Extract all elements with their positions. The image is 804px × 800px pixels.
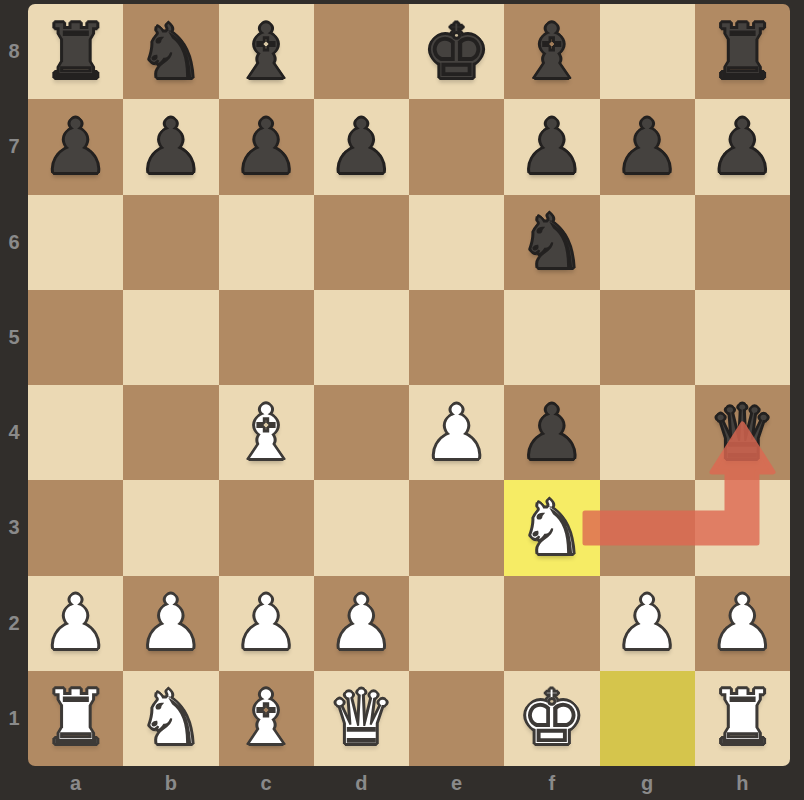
square-c5[interactable] bbox=[219, 290, 314, 385]
file-label-h: h bbox=[695, 766, 790, 800]
square-f5[interactable] bbox=[504, 290, 599, 385]
square-h7[interactable]: ♟ bbox=[695, 99, 790, 194]
piece-white-pawn-b2[interactable]: ♟ bbox=[137, 585, 205, 661]
square-g6[interactable] bbox=[600, 195, 695, 290]
square-c7[interactable]: ♟ bbox=[219, 99, 314, 194]
piece-black-pawn-g7[interactable]: ♟ bbox=[613, 109, 681, 185]
square-c6[interactable] bbox=[219, 195, 314, 290]
file-label-g: g bbox=[600, 766, 695, 800]
piece-black-bishop-f8[interactable]: ♝ bbox=[518, 14, 586, 90]
file-label-b: b bbox=[123, 766, 218, 800]
square-g3[interactable] bbox=[600, 480, 695, 575]
rank-labels: 87654321 bbox=[0, 4, 28, 766]
file-label-e: e bbox=[409, 766, 504, 800]
chess-app: 87654321 ♜♞♝♚♝♜♟♟♟♟♟♟♟♞♝♟♟♛♞♟♟♟♟♟♟♜♞♝♛♚♜… bbox=[0, 0, 804, 800]
square-d5[interactable] bbox=[314, 290, 409, 385]
piece-white-pawn-d2[interactable]: ♟ bbox=[327, 585, 395, 661]
square-b4[interactable] bbox=[123, 385, 218, 480]
square-a1[interactable]: ♜ bbox=[28, 671, 123, 766]
square-c4[interactable]: ♝ bbox=[219, 385, 314, 480]
rank-label-7: 7 bbox=[0, 99, 28, 194]
square-d3[interactable] bbox=[314, 480, 409, 575]
square-g8[interactable] bbox=[600, 4, 695, 99]
square-f1[interactable]: ♚ bbox=[504, 671, 599, 766]
square-g7[interactable]: ♟ bbox=[600, 99, 695, 194]
piece-white-rook-a1[interactable]: ♜ bbox=[42, 680, 110, 756]
piece-black-pawn-c7[interactable]: ♟ bbox=[232, 109, 300, 185]
piece-black-pawn-b7[interactable]: ♟ bbox=[137, 109, 205, 185]
piece-white-pawn-h2[interactable]: ♟ bbox=[708, 585, 776, 661]
file-labels: abcdefgh bbox=[28, 766, 790, 800]
square-e3[interactable] bbox=[409, 480, 504, 575]
square-d2[interactable]: ♟ bbox=[314, 576, 409, 671]
piece-white-pawn-e4[interactable]: ♟ bbox=[423, 395, 491, 471]
rank-label-6: 6 bbox=[0, 195, 28, 290]
square-c8[interactable]: ♝ bbox=[219, 4, 314, 99]
square-e4[interactable]: ♟ bbox=[409, 385, 504, 480]
square-a5[interactable] bbox=[28, 290, 123, 385]
rank-label-3: 3 bbox=[0, 480, 28, 575]
piece-white-rook-h1[interactable]: ♜ bbox=[708, 680, 776, 756]
piece-white-pawn-c2[interactable]: ♟ bbox=[232, 585, 300, 661]
file-label-d: d bbox=[314, 766, 409, 800]
square-h3[interactable] bbox=[695, 480, 790, 575]
square-g5[interactable] bbox=[600, 290, 695, 385]
square-b6[interactable] bbox=[123, 195, 218, 290]
piece-white-queen-d1[interactable]: ♛ bbox=[327, 680, 395, 756]
piece-white-bishop-c1[interactable]: ♝ bbox=[232, 680, 300, 756]
square-h2[interactable]: ♟ bbox=[695, 576, 790, 671]
square-c3[interactable] bbox=[219, 480, 314, 575]
piece-white-king-f1[interactable]: ♚ bbox=[518, 680, 586, 756]
file-label-a: a bbox=[28, 766, 123, 800]
piece-black-rook-h8[interactable]: ♜ bbox=[708, 14, 776, 90]
square-a7[interactable]: ♟ bbox=[28, 99, 123, 194]
square-d1[interactable]: ♛ bbox=[314, 671, 409, 766]
square-e2[interactable] bbox=[409, 576, 504, 671]
piece-black-king-e8[interactable]: ♚ bbox=[423, 14, 491, 90]
square-e5[interactable] bbox=[409, 290, 504, 385]
piece-black-knight-b8[interactable]: ♞ bbox=[137, 14, 205, 90]
piece-black-bishop-c8[interactable]: ♝ bbox=[232, 14, 300, 90]
square-b2[interactable]: ♟ bbox=[123, 576, 218, 671]
piece-black-pawn-d7[interactable]: ♟ bbox=[327, 109, 395, 185]
square-f4[interactable]: ♟ bbox=[504, 385, 599, 480]
square-a6[interactable] bbox=[28, 195, 123, 290]
piece-black-pawn-f7[interactable]: ♟ bbox=[518, 109, 586, 185]
square-f3[interactable]: ♞ bbox=[504, 480, 599, 575]
piece-black-queen-h4[interactable]: ♛ bbox=[708, 395, 776, 471]
square-d4[interactable] bbox=[314, 385, 409, 480]
square-b3[interactable] bbox=[123, 480, 218, 575]
square-a2[interactable]: ♟ bbox=[28, 576, 123, 671]
square-h5[interactable] bbox=[695, 290, 790, 385]
square-h6[interactable] bbox=[695, 195, 790, 290]
square-e8[interactable]: ♚ bbox=[409, 4, 504, 99]
square-d6[interactable] bbox=[314, 195, 409, 290]
square-b7[interactable]: ♟ bbox=[123, 99, 218, 194]
chess-board[interactable]: ♜♞♝♚♝♜♟♟♟♟♟♟♟♞♝♟♟♛♞♟♟♟♟♟♟♜♞♝♛♚♜ bbox=[28, 4, 790, 766]
piece-black-pawn-f4[interactable]: ♟ bbox=[518, 395, 586, 471]
square-h8[interactable]: ♜ bbox=[695, 4, 790, 99]
piece-white-pawn-a2[interactable]: ♟ bbox=[42, 585, 110, 661]
square-b8[interactable]: ♞ bbox=[123, 4, 218, 99]
rank-label-4: 4 bbox=[0, 385, 28, 480]
square-g1[interactable] bbox=[600, 671, 695, 766]
piece-black-knight-f6[interactable]: ♞ bbox=[518, 204, 586, 280]
square-h4[interactable]: ♛ bbox=[695, 385, 790, 480]
piece-black-pawn-a7[interactable]: ♟ bbox=[42, 109, 110, 185]
square-g4[interactable] bbox=[600, 385, 695, 480]
rank-label-5: 5 bbox=[0, 290, 28, 385]
square-e6[interactable] bbox=[409, 195, 504, 290]
square-a4[interactable] bbox=[28, 385, 123, 480]
square-b5[interactable] bbox=[123, 290, 218, 385]
rank-label-1: 1 bbox=[0, 671, 28, 766]
piece-black-rook-a8[interactable]: ♜ bbox=[42, 14, 110, 90]
square-b1[interactable]: ♞ bbox=[123, 671, 218, 766]
square-f6[interactable]: ♞ bbox=[504, 195, 599, 290]
piece-white-pawn-g2[interactable]: ♟ bbox=[613, 585, 681, 661]
square-g2[interactable]: ♟ bbox=[600, 576, 695, 671]
square-a3[interactable] bbox=[28, 480, 123, 575]
rank-label-8: 8 bbox=[0, 4, 28, 99]
square-d8[interactable] bbox=[314, 4, 409, 99]
piece-white-knight-f3[interactable]: ♞ bbox=[518, 490, 586, 566]
square-e7[interactable] bbox=[409, 99, 504, 194]
square-f7[interactable]: ♟ bbox=[504, 99, 599, 194]
square-a8[interactable]: ♜ bbox=[28, 4, 123, 99]
file-label-f: f bbox=[504, 766, 599, 800]
square-f2[interactable] bbox=[504, 576, 599, 671]
square-d7[interactable]: ♟ bbox=[314, 99, 409, 194]
square-f8[interactable]: ♝ bbox=[504, 4, 599, 99]
file-label-c: c bbox=[219, 766, 314, 800]
square-c2[interactable]: ♟ bbox=[219, 576, 314, 671]
rank-label-2: 2 bbox=[0, 576, 28, 671]
piece-white-bishop-c4[interactable]: ♝ bbox=[232, 395, 300, 471]
square-h1[interactable]: ♜ bbox=[695, 671, 790, 766]
square-c1[interactable]: ♝ bbox=[219, 671, 314, 766]
piece-black-pawn-h7[interactable]: ♟ bbox=[708, 109, 776, 185]
piece-white-knight-b1[interactable]: ♞ bbox=[137, 680, 205, 756]
square-e1[interactable] bbox=[409, 671, 504, 766]
